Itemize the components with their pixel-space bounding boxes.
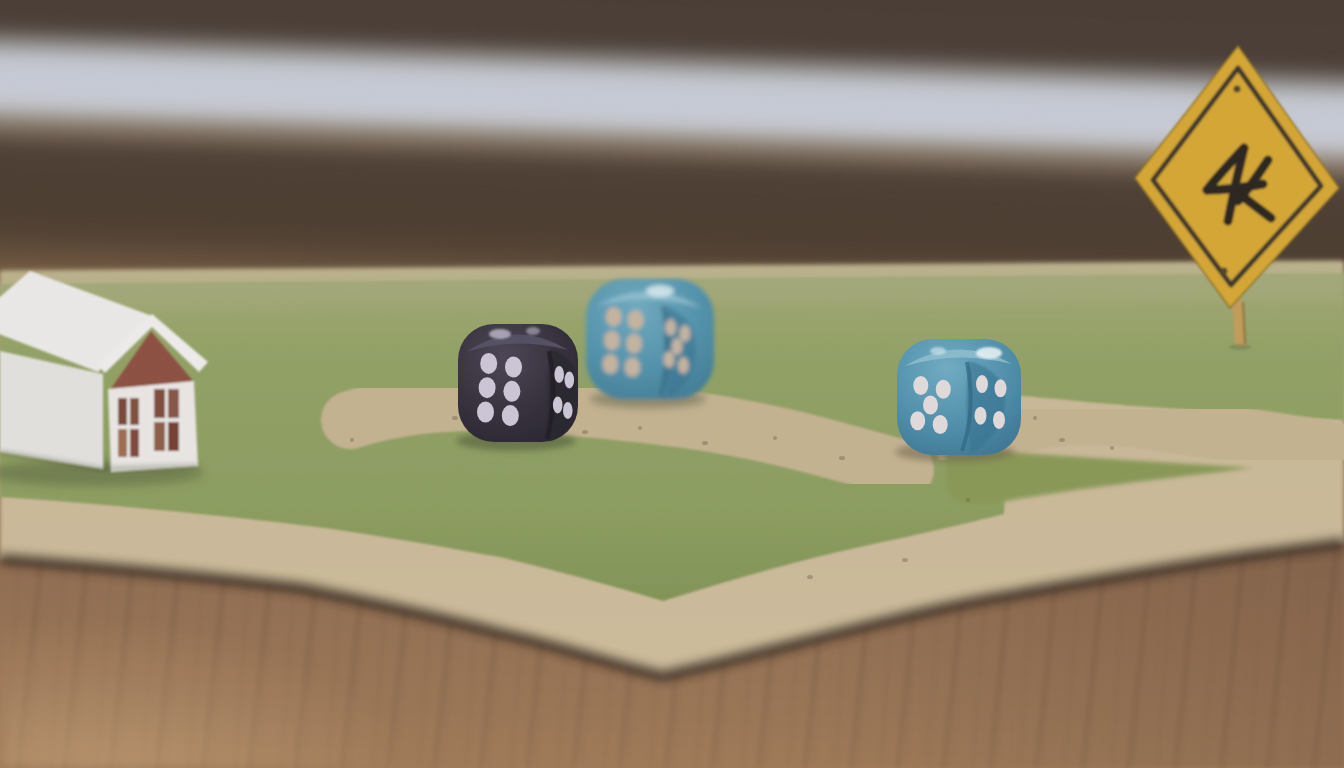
- photo-canvas: [0, 0, 1344, 768]
- scene: [0, 0, 1344, 768]
- film-grain: [0, 0, 1344, 768]
